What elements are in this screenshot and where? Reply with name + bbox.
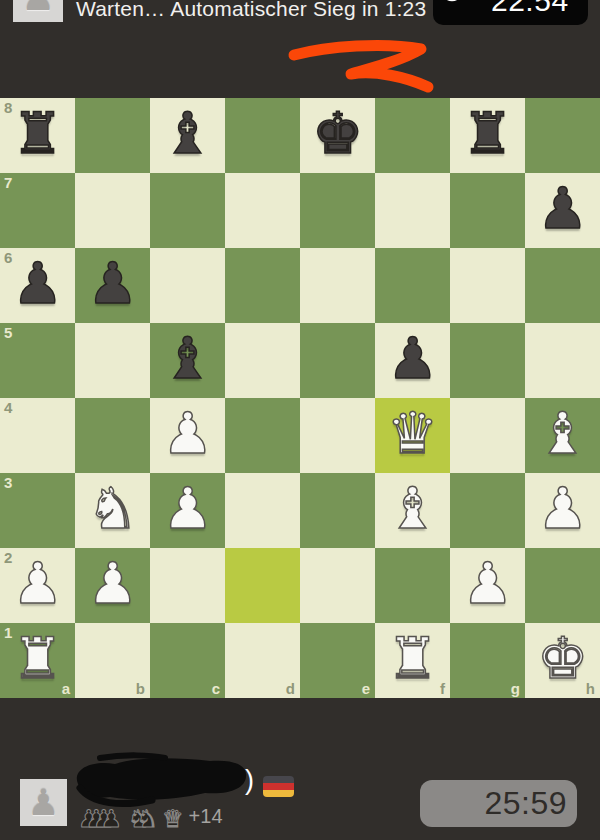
piece-wN-b3[interactable]: ♞ [75,473,150,548]
flag-band-black [263,776,294,783]
square-g8[interactable]: ♜ [450,98,525,173]
piece-wQ-f4[interactable]: ♛ [375,398,450,473]
square-b8[interactable] [75,98,150,173]
square-f2[interactable] [375,548,450,623]
square-a3[interactable]: 3 [0,473,75,548]
square-c1[interactable]: c [150,623,225,698]
pawn-icon: ♟ [21,0,55,22]
piece-wP-g2[interactable]: ♟ [450,548,525,623]
square-e2[interactable] [300,548,375,623]
file-label-d: d [286,680,295,697]
square-b7[interactable] [75,173,150,248]
file-label-c: c [212,680,220,697]
flag-band-gold [263,790,294,797]
piece-bR-g8[interactable]: ♜ [450,98,525,173]
square-g7[interactable] [450,173,525,248]
opponent-clock-time: 22:54 [491,0,569,18]
square-f6[interactable] [375,248,450,323]
square-f8[interactable] [375,98,450,173]
square-b4[interactable] [75,398,150,473]
piece-wR-f1[interactable]: ♜ [375,623,450,698]
square-c4[interactable]: ♟ [150,398,225,473]
square-e4[interactable] [300,398,375,473]
square-d8[interactable] [225,98,300,173]
square-a2[interactable]: 2♟ [0,548,75,623]
piece-bB-c5[interactable]: ♝ [150,323,225,398]
piece-wP-a2[interactable]: ♟ [0,548,75,623]
square-f1[interactable]: f♜ [375,623,450,698]
square-a6[interactable]: 6♟ [0,248,75,323]
square-h3[interactable]: ♟ [525,473,600,548]
square-b3[interactable]: ♞ [75,473,150,548]
opponent-clock: 22:54 [433,0,588,25]
piece-bP-b6[interactable]: ♟ [75,248,150,323]
square-g2[interactable]: ♟ [450,548,525,623]
square-c3[interactable]: ♟ [150,473,225,548]
square-h5[interactable] [525,323,600,398]
square-a8[interactable]: 8♜ [0,98,75,173]
square-e5[interactable] [300,323,375,398]
clock-icon [439,0,465,3]
opponent-status-text: Warten… Automatischer Sieg in 1:23 [76,0,426,21]
square-d2[interactable] [225,548,300,623]
square-d3[interactable] [225,473,300,548]
piece-bP-a6[interactable]: ♟ [0,248,75,323]
square-b1[interactable]: b [75,623,150,698]
square-g3[interactable] [450,473,525,548]
player-avatar[interactable]: ♟ [20,779,67,826]
square-f5[interactable]: ♟ [375,323,450,398]
square-a5[interactable]: 5 [0,323,75,398]
rank-label-7: 7 [4,174,12,191]
square-d1[interactable]: d [225,623,300,698]
square-g6[interactable] [450,248,525,323]
square-h8[interactable] [525,98,600,173]
player-name-suffix: ) [245,765,254,796]
square-a4[interactable]: 4 [0,398,75,473]
annotation-scribble [280,36,445,98]
piece-bP-f5[interactable]: ♟ [375,323,450,398]
captured-pieces-tray: ♟♟♟♟♞♞♛+14 [78,801,223,831]
square-g1[interactable]: g [450,623,525,698]
square-h4[interactable]: ♝ [525,398,600,473]
square-h2[interactable] [525,548,600,623]
chess-board: 8♜♝♚♜7♟6♟♟5♝♟4♟♛♝3♞♟♝♟2♟♟♟1a♜bcdef♜gh♚ [0,98,600,698]
flag-band-red [263,783,294,790]
square-d5[interactable] [225,323,300,398]
piece-wB-h4[interactable]: ♝ [525,398,600,473]
piece-bB-c8[interactable]: ♝ [150,98,225,173]
piece-wR-a1[interactable]: ♜ [0,623,75,698]
square-d7[interactable] [225,173,300,248]
square-c5[interactable]: ♝ [150,323,225,398]
square-b2[interactable]: ♟ [75,548,150,623]
germany-flag-icon [263,776,294,797]
square-c7[interactable] [150,173,225,248]
square-e6[interactable] [300,248,375,323]
square-d6[interactable] [225,248,300,323]
captured-knight-icon: ♞ [137,807,159,831]
piece-bR-a8[interactable]: ♜ [0,98,75,173]
square-e8[interactable]: ♚ [300,98,375,173]
captured-pawn-icon: ♟ [101,807,123,831]
piece-bK-e8[interactable]: ♚ [300,98,375,173]
square-f7[interactable] [375,173,450,248]
file-label-e: e [362,680,370,697]
square-g5[interactable] [450,323,525,398]
opponent-avatar[interactable]: ♟ [13,0,63,22]
material-advantage: +14 [189,805,223,831]
rank-label-3: 3 [4,474,12,491]
square-e7[interactable] [300,173,375,248]
square-f4[interactable]: ♛ [375,398,450,473]
square-b5[interactable] [75,323,150,398]
square-a7[interactable]: 7 [0,173,75,248]
square-c8[interactable]: ♝ [150,98,225,173]
piece-wK-h1[interactable]: ♚ [525,623,600,698]
square-c2[interactable] [150,548,225,623]
player-clock-time: 25:59 [484,785,567,822]
rank-label-5: 5 [4,324,12,341]
piece-bP-h7[interactable]: ♟ [525,173,600,248]
square-h1[interactable]: h♚ [525,623,600,698]
piece-wP-c3[interactable]: ♟ [150,473,225,548]
player-clock: 25:59 [420,780,577,827]
square-e3[interactable] [300,473,375,548]
square-b6[interactable]: ♟ [75,248,150,323]
square-g4[interactable] [450,398,525,473]
pawn-icon: ♟ [27,779,59,826]
square-h6[interactable] [525,248,600,323]
piece-wP-b2[interactable]: ♟ [75,548,150,623]
captured-queen-icon: ♛ [162,807,184,831]
file-label-b: b [136,680,145,697]
square-h7[interactable]: ♟ [525,173,600,248]
file-label-g: g [511,680,520,697]
square-f3[interactable]: ♝ [375,473,450,548]
square-e1[interactable]: e [300,623,375,698]
rank-label-4: 4 [4,399,12,416]
piece-wB-f3[interactable]: ♝ [375,473,450,548]
piece-wP-c4[interactable]: ♟ [150,398,225,473]
square-a1[interactable]: 1a♜ [0,623,75,698]
square-d4[interactable] [225,398,300,473]
square-c6[interactable] [150,248,225,323]
piece-wP-h3[interactable]: ♟ [525,473,600,548]
